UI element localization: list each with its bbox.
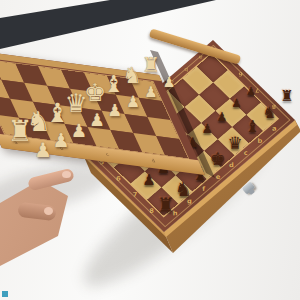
file-label: e (215, 174, 220, 181)
black-bishop[interactable]: ♝ (245, 120, 260, 136)
white-pawn[interactable]: ♟ (71, 122, 87, 140)
black-rook[interactable]: ♜ (280, 89, 293, 104)
black-rook[interactable]: ♜ (157, 195, 175, 215)
rank-label-left: 8 (149, 208, 154, 215)
file-label-far: a (198, 54, 202, 60)
corner-watermark-dot (2, 291, 8, 297)
white-rook[interactable]: ♜ (142, 55, 161, 76)
file-label: f (202, 186, 205, 192)
black-knight[interactable]: ♞ (175, 180, 192, 199)
white-pawn[interactable]: ♟ (144, 85, 157, 100)
rank-label-right: 6 (238, 72, 243, 78)
white-pawn[interactable]: ♟ (108, 103, 123, 120)
file-label-far: b (184, 66, 188, 72)
lid-border-mark: d (150, 158, 156, 164)
file-label: c (244, 150, 248, 157)
white-pawn[interactable]: ♟ (52, 131, 69, 150)
black-pawn[interactable]: ♟ (231, 98, 241, 110)
black-pawn[interactable]: ♟ (202, 123, 213, 136)
rank-label-left: 7 (132, 192, 137, 199)
lid-border-mark: c (104, 151, 110, 157)
white-pawn[interactable]: ♟ (163, 75, 176, 89)
white-rook[interactable]: ♜ (7, 117, 33, 146)
black-pawn[interactable]: ♟ (246, 86, 256, 97)
white-pawn[interactable]: ♟ (89, 112, 105, 129)
black-pawn[interactable]: ♟ (142, 173, 155, 188)
black-king[interactable]: ♚ (210, 150, 226, 168)
white-pawn[interactable]: ♟ (126, 94, 140, 110)
file-label: a (272, 125, 277, 132)
white-bishop[interactable]: ♝ (103, 73, 124, 96)
white-pawn[interactable]: ♟ (34, 140, 52, 160)
white-knight[interactable]: ♞ (122, 64, 142, 86)
fingernail (62, 171, 71, 178)
file-label: b (258, 138, 263, 145)
product-photo-chess-set: hgfedcba56785678hgfedcba abcd ♜♞♝♛♚♝♞♜♟♟… (0, 0, 300, 300)
black-pawn[interactable]: ♟ (216, 111, 227, 123)
rank-label-left: 6 (116, 176, 121, 183)
file-label: d (229, 162, 234, 169)
black-queen[interactable]: ♛ (227, 135, 242, 152)
metal-clasp-icon[interactable] (242, 181, 256, 194)
black-knight[interactable]: ♞ (263, 104, 277, 120)
thumbnail (44, 207, 53, 215)
